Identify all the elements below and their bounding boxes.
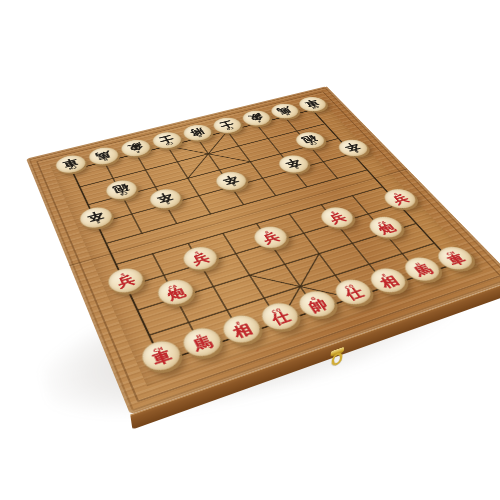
piece-black-soldier[interactable]: S卒 bbox=[146, 186, 186, 212]
piece-face: G將 bbox=[188, 127, 207, 139]
piece-character: 兵 bbox=[327, 212, 348, 225]
piece-abbr-label: CH bbox=[68, 165, 77, 169]
piece-black-general[interactable]: G將 bbox=[179, 122, 215, 143]
piece-character: 卒 bbox=[343, 142, 362, 153]
piece-abbr-label: CH bbox=[311, 105, 319, 109]
piece-character: 卒 bbox=[283, 157, 302, 168]
piece-red-elephant[interactable]: E相 bbox=[217, 311, 265, 347]
piece-character: 相 bbox=[231, 322, 255, 340]
piece-red-chariot[interactable]: CH車 bbox=[137, 337, 186, 376]
piece-face: S兵 bbox=[388, 191, 411, 206]
piece-red-cannon[interactable]: CA炮 bbox=[363, 213, 408, 241]
piece-face: H馬 bbox=[94, 149, 113, 162]
piece-character: 兵 bbox=[190, 252, 211, 267]
piece-face: G帥 bbox=[304, 294, 330, 314]
piece-face: S兵 bbox=[326, 210, 349, 226]
piece-character: 帥 bbox=[306, 297, 330, 314]
piece-face: CO仕 bbox=[340, 282, 366, 301]
piece-face: H馬 bbox=[409, 260, 435, 278]
piece-black-horse[interactable]: H馬 bbox=[85, 145, 121, 168]
piece-black-horse[interactable]: H馬 bbox=[267, 101, 303, 121]
piece-face: S卒 bbox=[283, 157, 304, 170]
piece-face: S卒 bbox=[155, 191, 176, 206]
piece-abbr-label: CA bbox=[119, 191, 128, 196]
piece-black-soldier[interactable]: S卒 bbox=[334, 137, 373, 159]
piece-face: S卒 bbox=[86, 210, 107, 226]
piece-face: CO仕 bbox=[267, 306, 293, 326]
piece-red-soldier[interactable]: S兵 bbox=[104, 265, 148, 297]
piece-face: S卒 bbox=[343, 142, 364, 155]
piece-black-soldier[interactable]: S卒 bbox=[274, 153, 313, 176]
piece-face: CH車 bbox=[303, 99, 322, 110]
piece-red-advisor[interactable]: CO仕 bbox=[256, 299, 304, 334]
piece-black-cannon[interactable]: CA砲 bbox=[291, 130, 329, 152]
piece-face: CH車 bbox=[61, 157, 80, 170]
piece-abbr-label: S bbox=[354, 150, 359, 153]
piece-face: H馬 bbox=[189, 331, 214, 353]
piece-abbr-label: S bbox=[120, 273, 126, 278]
piece-character: 兵 bbox=[261, 231, 282, 245]
piece-abbr-label: S bbox=[231, 183, 236, 187]
piece-abbr-label: H bbox=[285, 113, 290, 116]
piece-face: CA砲 bbox=[112, 182, 132, 196]
piece-abbr-label: H bbox=[103, 158, 108, 161]
piece-face: E相 bbox=[375, 271, 401, 290]
piece-abbr-label: CO bbox=[225, 127, 234, 131]
piece-abbr-label: G bbox=[197, 134, 202, 137]
piece-face: S兵 bbox=[114, 271, 137, 290]
piece-abbr-label: CO bbox=[165, 142, 174, 146]
piece-abbr-label: S bbox=[165, 201, 170, 205]
piece-face: CO士 bbox=[218, 119, 237, 131]
piece-face: H馬 bbox=[275, 105, 294, 116]
piece-black-cannon[interactable]: CA砲 bbox=[102, 177, 141, 202]
piece-black-soldier[interactable]: S卒 bbox=[211, 169, 251, 193]
piece-face: CH車 bbox=[442, 249, 468, 266]
piece-face: E象 bbox=[247, 112, 266, 124]
piece-abbr-label: G bbox=[310, 296, 317, 301]
piece-character: 馬 bbox=[191, 335, 215, 353]
piece-red-soldier[interactable]: S兵 bbox=[315, 204, 358, 231]
piece-face: CA砲 bbox=[300, 134, 320, 146]
piece-black-chariot[interactable]: CH車 bbox=[295, 95, 331, 114]
piece-red-soldier[interactable]: S兵 bbox=[379, 186, 422, 212]
piece-black-advisor[interactable]: CO士 bbox=[149, 130, 185, 152]
piece-face: S兵 bbox=[259, 229, 282, 246]
piece-red-cannon[interactable]: CA炮 bbox=[153, 276, 198, 309]
piece-abbr-label: E bbox=[135, 150, 140, 153]
piece-black-elephant[interactable]: E象 bbox=[238, 108, 274, 128]
piece-face: S兵 bbox=[189, 249, 212, 266]
piece-black-elephant[interactable]: E象 bbox=[118, 137, 154, 159]
piece-red-soldier[interactable]: S兵 bbox=[178, 243, 222, 273]
piece-abbr-label: E bbox=[257, 120, 262, 123]
piece-face: CO士 bbox=[157, 134, 176, 146]
piece-character: 兵 bbox=[391, 193, 412, 206]
piece-red-soldier[interactable]: S兵 bbox=[249, 223, 292, 252]
piece-abbr-label: CA bbox=[309, 142, 318, 146]
piece-face: S卒 bbox=[221, 174, 242, 188]
piece-abbr-label: S bbox=[294, 166, 299, 169]
piece-face: CA炮 bbox=[164, 282, 188, 301]
piece-face: CA炮 bbox=[374, 219, 398, 235]
piece-black-advisor[interactable]: CO士 bbox=[209, 115, 245, 136]
piece-black-soldier[interactable]: S卒 bbox=[76, 204, 116, 231]
piece-abbr-label: S bbox=[95, 220, 100, 224]
piece-face: E相 bbox=[229, 318, 255, 339]
piece-character: 相 bbox=[378, 274, 401, 290]
scene: CH車H馬E象CO士G將CO士E象H馬CH車CA砲CA砲S卒S卒S卒S卒S卒S兵… bbox=[0, 0, 500, 500]
piece-black-chariot[interactable]: CH車 bbox=[53, 153, 89, 176]
piece-red-horse[interactable]: H馬 bbox=[178, 324, 227, 362]
piece-abbr-label: S bbox=[194, 251, 200, 255]
piece-face: CH車 bbox=[148, 344, 173, 366]
piece-face: E象 bbox=[126, 142, 145, 155]
